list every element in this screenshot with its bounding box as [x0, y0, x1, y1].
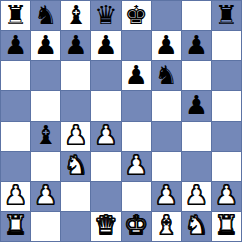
square-b8[interactable]: ♞ — [31, 1, 60, 30]
square-a8[interactable]: ♜ — [1, 1, 30, 30]
square-e2[interactable] — [122, 182, 151, 211]
square-d3[interactable] — [91, 152, 120, 181]
square-d5[interactable] — [91, 91, 120, 120]
piece-black-pawn[interactable]: ♟ — [34, 32, 57, 58]
piece-white-pawn[interactable]: ♟ — [64, 122, 87, 148]
square-d4[interactable]: ♟ — [91, 122, 120, 151]
piece-black-pawn[interactable]: ♟ — [94, 32, 117, 58]
piece-black-king[interactable]: ♚ — [124, 2, 147, 28]
square-h5[interactable] — [212, 91, 241, 120]
square-g1[interactable]: ♞ — [182, 212, 211, 241]
piece-black-pawn[interactable]: ♟ — [4, 32, 27, 58]
piece-black-rook[interactable]: ♜ — [215, 2, 238, 28]
square-h6[interactable] — [212, 61, 241, 90]
piece-white-bishop[interactable]: ♝ — [155, 212, 178, 238]
square-g2[interactable]: ♟ — [182, 182, 211, 211]
square-e4[interactable] — [122, 122, 151, 151]
square-h8[interactable]: ♜ — [212, 1, 241, 30]
square-g4[interactable] — [182, 122, 211, 151]
square-b3[interactable] — [31, 152, 60, 181]
square-e1[interactable]: ♚ — [122, 212, 151, 241]
square-e7[interactable] — [122, 31, 151, 60]
piece-black-rook[interactable]: ♜ — [4, 2, 27, 28]
square-c6[interactable] — [61, 61, 90, 90]
square-g5[interactable]: ♟ — [182, 91, 211, 120]
square-f6[interactable]: ♞ — [152, 61, 181, 90]
piece-white-pawn[interactable]: ♟ — [124, 152, 147, 178]
piece-white-king[interactable]: ♚ — [124, 212, 147, 238]
piece-white-rook[interactable]: ♜ — [215, 212, 238, 238]
square-a2[interactable]: ♟ — [1, 182, 30, 211]
square-b1[interactable] — [31, 212, 60, 241]
square-c8[interactable]: ♝ — [61, 1, 90, 30]
square-a1[interactable]: ♜ — [1, 212, 30, 241]
square-c2[interactable] — [61, 182, 90, 211]
square-h1[interactable]: ♜ — [212, 212, 241, 241]
piece-black-queen[interactable]: ♛ — [94, 2, 117, 28]
piece-white-pawn[interactable]: ♟ — [155, 182, 178, 208]
piece-white-pawn[interactable]: ♟ — [4, 182, 27, 208]
piece-white-knight[interactable]: ♞ — [185, 212, 208, 238]
square-c4[interactable]: ♟ — [61, 122, 90, 151]
square-f4[interactable] — [152, 122, 181, 151]
square-b5[interactable] — [31, 91, 60, 120]
square-g3[interactable] — [182, 152, 211, 181]
square-a4[interactable] — [1, 122, 30, 151]
square-g8[interactable] — [182, 1, 211, 30]
square-a6[interactable] — [1, 61, 30, 90]
square-c5[interactable] — [61, 91, 90, 120]
square-d2[interactable] — [91, 182, 120, 211]
square-f5[interactable] — [152, 91, 181, 120]
square-f8[interactable] — [152, 1, 181, 30]
square-h4[interactable] — [212, 122, 241, 151]
piece-white-pawn[interactable]: ♟ — [34, 182, 57, 208]
square-b2[interactable]: ♟ — [31, 182, 60, 211]
square-f3[interactable] — [152, 152, 181, 181]
square-e8[interactable]: ♚ — [122, 1, 151, 30]
square-a5[interactable] — [1, 91, 30, 120]
piece-black-bishop[interactable]: ♝ — [64, 2, 87, 28]
square-a3[interactable] — [1, 152, 30, 181]
piece-white-rook[interactable]: ♜ — [4, 212, 27, 238]
piece-black-knight[interactable]: ♞ — [155, 62, 178, 88]
piece-white-knight[interactable]: ♞ — [64, 152, 87, 178]
chess-board-container: ♜♞♝♛♚♜♟♟♟♟♟♟♟♞♟♝♟♟♞♟♟♟♟♟♟♜♛♚♝♞♜ — [0, 0, 242, 242]
square-d7[interactable]: ♟ — [91, 31, 120, 60]
square-d6[interactable] — [91, 61, 120, 90]
piece-black-pawn[interactable]: ♟ — [124, 62, 147, 88]
square-f2[interactable]: ♟ — [152, 182, 181, 211]
square-c1[interactable] — [61, 212, 90, 241]
piece-white-pawn[interactable]: ♟ — [94, 122, 117, 148]
square-h3[interactable] — [212, 152, 241, 181]
piece-black-bishop[interactable]: ♝ — [34, 122, 57, 148]
piece-white-pawn[interactable]: ♟ — [185, 182, 208, 208]
square-c3[interactable]: ♞ — [61, 152, 90, 181]
square-b7[interactable]: ♟ — [31, 31, 60, 60]
square-c7[interactable]: ♟ — [61, 31, 90, 60]
square-e3[interactable]: ♟ — [122, 152, 151, 181]
square-g7[interactable]: ♟ — [182, 31, 211, 60]
square-h2[interactable]: ♟ — [212, 182, 241, 211]
chess-board: ♜♞♝♛♚♜♟♟♟♟♟♟♟♞♟♝♟♟♞♟♟♟♟♟♟♜♛♚♝♞♜ — [0, 0, 242, 242]
square-h7[interactable] — [212, 31, 241, 60]
square-b6[interactable] — [31, 61, 60, 90]
square-f7[interactable]: ♟ — [152, 31, 181, 60]
piece-black-pawn[interactable]: ♟ — [185, 32, 208, 58]
piece-white-queen[interactable]: ♛ — [94, 212, 117, 238]
square-e6[interactable]: ♟ — [122, 61, 151, 90]
square-e5[interactable] — [122, 91, 151, 120]
piece-black-knight[interactable]: ♞ — [34, 2, 57, 28]
square-d8[interactable]: ♛ — [91, 1, 120, 30]
square-a7[interactable]: ♟ — [1, 31, 30, 60]
square-d1[interactable]: ♛ — [91, 212, 120, 241]
piece-black-pawn[interactable]: ♟ — [185, 92, 208, 118]
square-f1[interactable]: ♝ — [152, 212, 181, 241]
piece-black-pawn[interactable]: ♟ — [155, 32, 178, 58]
piece-white-pawn[interactable]: ♟ — [215, 182, 238, 208]
square-g6[interactable] — [182, 61, 211, 90]
piece-black-pawn[interactable]: ♟ — [64, 32, 87, 58]
square-b4[interactable]: ♝ — [31, 122, 60, 151]
